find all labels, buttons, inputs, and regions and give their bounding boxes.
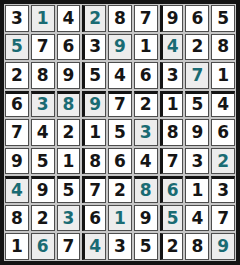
cell-r6c1[interactable]: 9 — [5, 148, 29, 175]
cell-r3c5[interactable]: 4 — [108, 62, 132, 89]
cell-r2c3[interactable]: 6 — [57, 34, 81, 61]
cell-r3c9[interactable]: 1 — [211, 62, 235, 89]
cell-r1c6[interactable]: 7 — [134, 5, 158, 32]
cell-r6c5[interactable]: 6 — [108, 148, 132, 175]
cell-r8c6[interactable]: 9 — [134, 205, 158, 232]
cell-r3c2[interactable]: 8 — [31, 62, 55, 89]
cell-r5c5[interactable]: 5 — [108, 119, 132, 146]
cell-r2c9[interactable]: 8 — [211, 34, 235, 61]
cell-r4c6[interactable]: 2 — [134, 91, 158, 118]
cell-r7c6[interactable]: 8 — [134, 176, 158, 203]
cell-r1c9[interactable]: 5 — [211, 5, 235, 32]
cell-r5c2[interactable]: 4 — [31, 119, 55, 146]
cell-r7c7[interactable]: 6 — [160, 176, 184, 203]
cell-r1c3[interactable]: 4 — [57, 5, 81, 32]
cell-r4c7[interactable]: 1 — [160, 91, 184, 118]
cell-r8c3[interactable]: 3 — [57, 205, 81, 232]
cell-r4c1[interactable]: 6 — [5, 91, 29, 118]
cell-r3c8[interactable]: 7 — [185, 62, 209, 89]
cell-r7c9[interactable]: 3 — [211, 176, 235, 203]
cell-r1c5[interactable]: 8 — [108, 5, 132, 32]
cell-r8c4[interactable]: 6 — [82, 205, 106, 232]
cell-r1c4[interactable]: 2 — [82, 5, 106, 32]
cell-r2c8[interactable]: 2 — [185, 34, 209, 61]
cell-r6c8[interactable]: 3 — [185, 148, 209, 175]
cell-r5c3[interactable]: 2 — [57, 119, 81, 146]
cell-r3c6[interactable]: 6 — [134, 62, 158, 89]
cell-r6c4[interactable]: 8 — [82, 148, 106, 175]
cell-r7c8[interactable]: 1 — [185, 176, 209, 203]
cell-r8c1[interactable]: 8 — [5, 205, 29, 232]
cell-r7c2[interactable]: 9 — [31, 176, 55, 203]
cell-r9c8[interactable]: 8 — [185, 233, 209, 260]
cell-r9c1[interactable]: 1 — [5, 233, 29, 260]
cell-r5c7[interactable]: 8 — [160, 119, 184, 146]
cell-r5c8[interactable]: 9 — [185, 119, 209, 146]
cell-r3c7[interactable]: 3 — [160, 62, 184, 89]
cell-r9c5[interactable]: 3 — [108, 233, 132, 260]
cell-r8c7[interactable]: 5 — [160, 205, 184, 232]
cell-r1c2[interactable]: 1 — [31, 5, 55, 32]
cell-r7c5[interactable]: 2 — [108, 176, 132, 203]
cell-r8c2[interactable]: 2 — [31, 205, 55, 232]
cell-r1c8[interactable]: 6 — [185, 5, 209, 32]
cell-r8c5[interactable]: 1 — [108, 205, 132, 232]
cell-r4c3[interactable]: 8 — [57, 91, 81, 118]
cell-r7c4[interactable]: 7 — [82, 176, 106, 203]
cell-r3c1[interactable]: 2 — [5, 62, 29, 89]
cell-r9c2[interactable]: 6 — [31, 233, 55, 260]
cell-r7c3[interactable]: 5 — [57, 176, 81, 203]
cell-r2c5[interactable]: 9 — [108, 34, 132, 61]
cell-r6c7[interactable]: 7 — [160, 148, 184, 175]
cell-r9c7[interactable]: 2 — [160, 233, 184, 260]
cell-r5c1[interactable]: 7 — [5, 119, 29, 146]
cell-r7c1[interactable]: 4 — [5, 176, 29, 203]
cell-r5c6[interactable]: 3 — [134, 119, 158, 146]
cell-r3c3[interactable]: 9 — [57, 62, 81, 89]
cell-r8c8[interactable]: 4 — [185, 205, 209, 232]
cell-r4c9[interactable]: 4 — [211, 91, 235, 118]
cell-r5c4[interactable]: 1 — [82, 119, 106, 146]
cell-r1c1[interactable]: 3 — [5, 5, 29, 32]
cell-r2c4[interactable]: 3 — [82, 34, 106, 61]
cell-r9c9[interactable]: 9 — [211, 233, 235, 260]
cell-r9c4[interactable]: 4 — [82, 233, 106, 260]
sudoku-app: 3142879655763914282895463716389721547421… — [0, 0, 240, 265]
cell-r9c3[interactable]: 7 — [57, 233, 81, 260]
cell-r2c2[interactable]: 7 — [31, 34, 55, 61]
cell-r9c6[interactable]: 5 — [134, 233, 158, 260]
cell-r1c7[interactable]: 9 — [160, 5, 184, 32]
cell-r4c2[interactable]: 3 — [31, 91, 55, 118]
cell-r6c6[interactable]: 4 — [134, 148, 158, 175]
cell-r4c5[interactable]: 7 — [108, 91, 132, 118]
cell-r2c7[interactable]: 4 — [160, 34, 184, 61]
cell-r4c4[interactable]: 9 — [82, 91, 106, 118]
cell-r6c2[interactable]: 5 — [31, 148, 55, 175]
cell-r8c9[interactable]: 7 — [211, 205, 235, 232]
cell-r2c6[interactable]: 1 — [134, 34, 158, 61]
cell-r6c3[interactable]: 1 — [57, 148, 81, 175]
cell-r3c4[interactable]: 5 — [82, 62, 106, 89]
cell-r5c9[interactable]: 6 — [211, 119, 235, 146]
cell-r4c8[interactable]: 5 — [185, 91, 209, 118]
cell-r2c1[interactable]: 5 — [5, 34, 29, 61]
sudoku-board: 3142879655763914282895463716389721547421… — [0, 0, 240, 265]
cell-r6c9[interactable]: 2 — [211, 148, 235, 175]
